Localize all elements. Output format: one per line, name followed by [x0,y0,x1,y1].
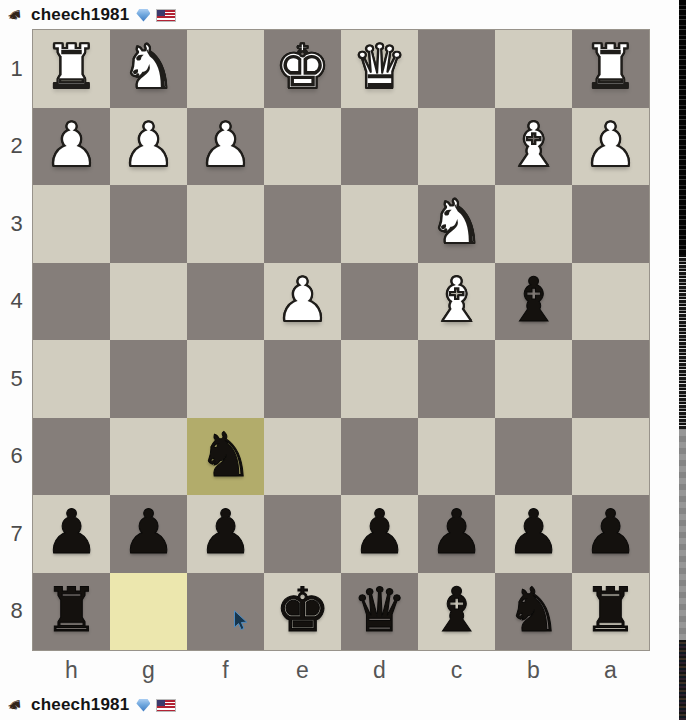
white-pawn[interactable]: ♟ [275,269,330,330]
square-a4[interactable] [572,263,649,341]
square-h3[interactable] [33,185,110,263]
square-b2[interactable]: ♝ [495,108,572,186]
square-f2[interactable]: ♟ [187,108,264,186]
scrollbar[interactable] [679,0,686,720]
square-a3[interactable] [572,185,649,263]
square-d6[interactable] [341,418,418,496]
white-king[interactable]: ♚ [275,36,330,97]
square-b3[interactable] [495,185,572,263]
square-e8[interactable]: ♚ [264,573,341,651]
file-label-e: e [264,650,341,690]
white-bishop[interactable]: ♝ [506,114,561,175]
scrollbar-segment [679,0,686,255]
square-a5[interactable] [572,340,649,418]
square-g8[interactable] [110,573,187,651]
square-f7[interactable]: ♟ [187,495,264,573]
white-knight[interactable]: ♞ [121,36,176,97]
square-g5[interactable] [110,340,187,418]
gem-icon [136,9,150,22]
black-pawn[interactable]: ♟ [198,501,253,562]
square-b8[interactable]: ♞ [495,573,572,651]
file-label-f: f [187,650,264,690]
square-f3[interactable] [187,185,264,263]
square-e1[interactable]: ♚ [264,30,341,108]
square-c3[interactable]: ♞ [418,185,495,263]
rank-label-5: 5 [0,340,33,418]
black-knight[interactable]: ♞ [506,579,561,640]
square-a2[interactable]: ♟ [572,108,649,186]
white-pawn[interactable]: ♟ [583,114,638,175]
square-e4[interactable]: ♟ [264,263,341,341]
square-d4[interactable] [341,263,418,341]
square-h2[interactable]: ♟ [33,108,110,186]
square-c8[interactable]: ♝ [418,573,495,651]
square-g1[interactable]: ♞ [110,30,187,108]
white-queen[interactable]: ♛ [352,36,407,97]
black-pawn[interactable]: ♟ [44,501,99,562]
black-knight[interactable]: ♞ [198,424,253,485]
flag-canton [157,10,165,16]
square-d1[interactable]: ♛ [341,30,418,108]
white-knight[interactable]: ♞ [429,191,484,252]
black-pawn[interactable]: ♟ [121,501,176,562]
black-bishop[interactable]: ♝ [506,269,561,330]
chess-board[interactable]: ♜♞♚♛♜♟♟♟♝♟♞♟♝♝♞♟♟♟♟♟♟♟♜♚♛♝♞♜ [33,30,649,650]
player-bar-top: ♞ cheech1981 [0,0,676,30]
rank-labels: 12345678 [0,30,33,650]
square-d8[interactable]: ♛ [341,573,418,651]
square-a8[interactable]: ♜ [572,573,649,651]
square-h6[interactable] [33,418,110,496]
file-label-a: a [572,650,649,690]
white-bishop[interactable]: ♝ [429,269,484,330]
square-h8[interactable]: ♜ [33,573,110,651]
black-rook[interactable]: ♜ [583,579,638,640]
rank-label-1: 1 [0,30,33,108]
black-bishop[interactable]: ♝ [429,579,484,640]
scrollbar-segment [679,255,686,430]
square-a1[interactable]: ♜ [572,30,649,108]
file-label-c: c [418,650,495,690]
file-label-d: d [341,650,418,690]
square-c5[interactable] [418,340,495,418]
us-flag-icon [157,10,175,21]
square-d5[interactable] [341,340,418,418]
rank-label-8: 8 [0,573,33,651]
white-pawn[interactable]: ♟ [121,114,176,175]
square-b1[interactable] [495,30,572,108]
square-c4[interactable]: ♝ [418,263,495,341]
scrollbar-segment [679,640,686,720]
file-label-h: h [33,650,110,690]
player-name-top[interactable]: cheech1981 [31,5,129,25]
square-h5[interactable] [33,340,110,418]
square-g7[interactable]: ♟ [110,495,187,573]
square-e3[interactable] [264,185,341,263]
black-pawn[interactable]: ♟ [352,501,407,562]
square-b5[interactable] [495,340,572,418]
rank-label-4: 4 [0,263,33,341]
square-a7[interactable]: ♟ [572,495,649,573]
square-g2[interactable]: ♟ [110,108,187,186]
square-f4[interactable] [187,263,264,341]
file-labels: hgfedcba [33,650,649,690]
rank-label-6: 6 [0,418,33,496]
square-g4[interactable] [110,263,187,341]
rank-label-7: 7 [0,495,33,573]
square-g6[interactable] [110,418,187,496]
square-c1[interactable] [418,30,495,108]
black-king[interactable]: ♚ [275,579,330,640]
square-c6[interactable] [418,418,495,496]
square-e7[interactable] [264,495,341,573]
gem-icon [136,699,150,712]
black-pawn[interactable]: ♟ [506,501,561,562]
square-e6[interactable] [264,418,341,496]
rank-label-3: 3 [0,185,33,263]
us-flag-icon [157,700,175,711]
black-pawn[interactable]: ♟ [583,501,638,562]
square-f8[interactable] [187,573,264,651]
white-pawn[interactable]: ♟ [198,114,253,175]
square-b4[interactable]: ♝ [495,263,572,341]
square-f6[interactable]: ♞ [187,418,264,496]
file-label-b: b [495,650,572,690]
square-h7[interactable]: ♟ [33,495,110,573]
square-h1[interactable]: ♜ [33,30,110,108]
captured-piece-icon: ♞ [6,5,24,24]
square-c7[interactable]: ♟ [418,495,495,573]
square-d3[interactable] [341,185,418,263]
square-c2[interactable] [418,108,495,186]
white-pawn[interactable]: ♟ [44,114,99,175]
white-rook[interactable]: ♜ [583,36,638,97]
square-g3[interactable] [110,185,187,263]
square-f1[interactable] [187,30,264,108]
player-bar-bottom: ♞ cheech1981 [0,690,676,720]
square-d7[interactable]: ♟ [341,495,418,573]
white-rook[interactable]: ♜ [44,36,99,97]
square-h4[interactable] [33,263,110,341]
black-pawn[interactable]: ♟ [429,501,484,562]
square-f5[interactable] [187,340,264,418]
captured-piece-icon: ♞ [6,695,24,714]
square-d2[interactable] [341,108,418,186]
square-a6[interactable] [572,418,649,496]
square-e2[interactable] [264,108,341,186]
square-b6[interactable] [495,418,572,496]
square-e5[interactable] [264,340,341,418]
scrollbar-thumb[interactable] [679,430,686,640]
rank-label-2: 2 [0,108,33,186]
black-queen[interactable]: ♛ [352,579,407,640]
flag-canton [157,700,165,706]
file-label-g: g [110,650,187,690]
square-b7[interactable]: ♟ [495,495,572,573]
player-name-bottom[interactable]: cheech1981 [31,695,129,715]
black-rook[interactable]: ♜ [44,579,99,640]
